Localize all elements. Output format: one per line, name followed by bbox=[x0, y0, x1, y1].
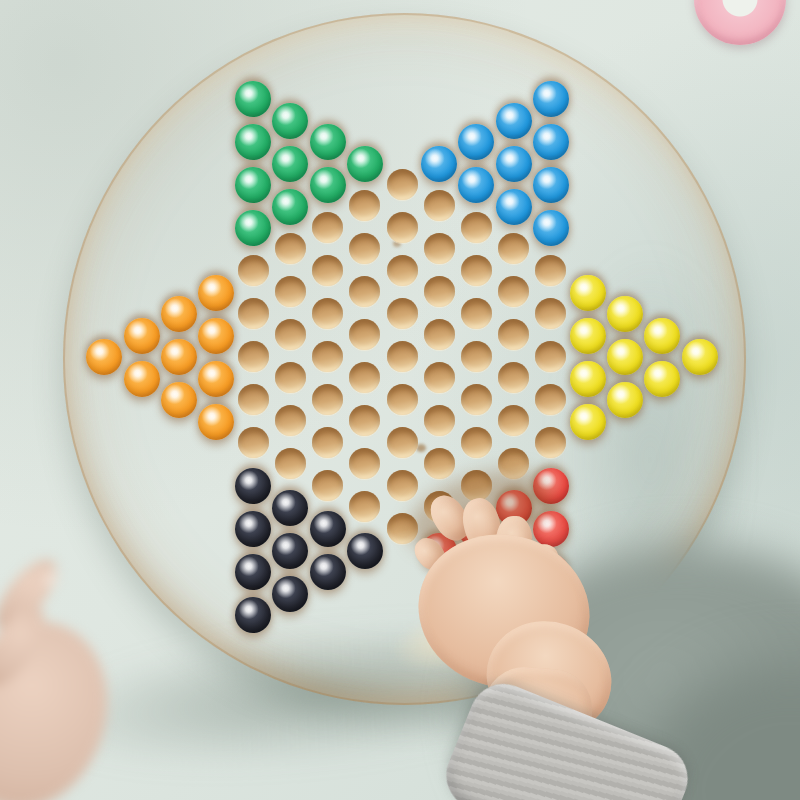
scene bbox=[0, 0, 800, 800]
child-hand-right bbox=[0, 0, 800, 800]
